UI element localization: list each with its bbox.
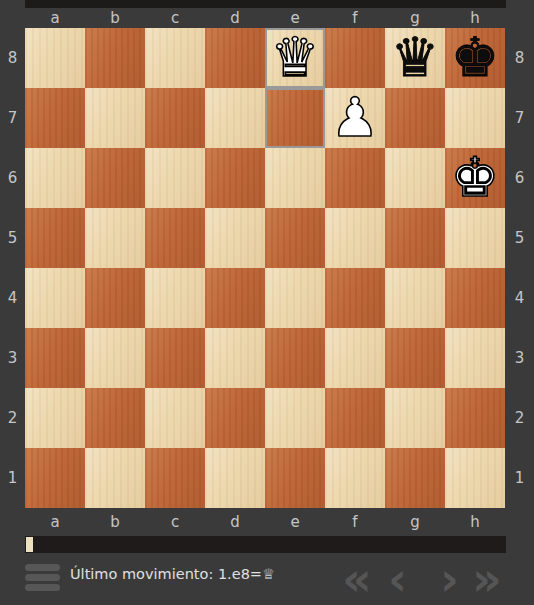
square-b4[interactable]: [85, 268, 145, 328]
piece-black-king: ♚: [445, 28, 505, 88]
file-label-f: f: [352, 9, 357, 27]
square-g8[interactable]: ♛: [385, 28, 445, 88]
square-c7[interactable]: [145, 88, 205, 148]
progress-handle[interactable]: [26, 537, 33, 552]
square-h6[interactable]: ♚: [445, 148, 505, 208]
file-label-d: d: [230, 513, 240, 531]
file-label-c: c: [171, 513, 179, 531]
rank-label-1: 1: [8, 469, 18, 487]
menu-bar: [25, 564, 60, 571]
file-labels-top: abcdefgh: [25, 8, 505, 28]
square-e2[interactable]: [265, 388, 325, 448]
square-f1[interactable]: [325, 448, 385, 508]
file-label-h: h: [470, 513, 480, 531]
file-label-a: a: [50, 513, 59, 531]
rank-label-5: 5: [515, 229, 525, 247]
square-b2[interactable]: [85, 388, 145, 448]
rank-label-4: 4: [515, 289, 525, 307]
file-label-e: e: [290, 9, 299, 27]
top-progress-strip: [25, 0, 506, 8]
square-d6[interactable]: [205, 148, 265, 208]
file-label-c: c: [171, 9, 179, 27]
rank-labels-left: 87654321: [0, 28, 25, 508]
rank-label-8: 8: [8, 49, 18, 67]
file-label-e: e: [290, 513, 299, 531]
square-f4[interactable]: [325, 268, 385, 328]
file-label-b: b: [110, 513, 120, 531]
chess-app: abcdefgh 87654321 ♛♛♚♟♚ 87654321 abcdefg…: [0, 0, 534, 605]
piece-black-queen: ♛: [385, 28, 445, 88]
square-b6[interactable]: [85, 148, 145, 208]
square-a6[interactable]: [25, 148, 85, 208]
rank-label-1: 1: [515, 469, 525, 487]
file-label-g: g: [410, 513, 420, 531]
rank-label-7: 7: [515, 109, 525, 127]
square-c3[interactable]: [145, 328, 205, 388]
rank-label-8: 8: [515, 49, 525, 67]
square-a2[interactable]: [25, 388, 85, 448]
square-d3[interactable]: [205, 328, 265, 388]
last-move-label: Último movimiento: 1.e8=♕: [70, 566, 275, 582]
menu-bar: [25, 584, 60, 591]
square-g3[interactable]: [385, 328, 445, 388]
square-b5[interactable]: [85, 208, 145, 268]
square-f5[interactable]: [325, 208, 385, 268]
square-c4[interactable]: [145, 268, 205, 328]
square-g2[interactable]: [385, 388, 445, 448]
square-a8[interactable]: [25, 28, 85, 88]
square-a3[interactable]: [25, 328, 85, 388]
menu-bar: [25, 574, 60, 581]
rank-labels-right: 87654321: [505, 28, 534, 508]
square-b3[interactable]: [85, 328, 145, 388]
nav-first-button[interactable]: «: [342, 556, 372, 605]
square-b8[interactable]: [85, 28, 145, 88]
move-progress-bar[interactable]: [25, 536, 506, 553]
rank-label-7: 7: [8, 109, 18, 127]
file-label-f: f: [352, 513, 357, 531]
piece-white-pawn: ♟: [325, 88, 385, 148]
square-a4[interactable]: [25, 268, 85, 328]
square-f3[interactable]: [325, 328, 385, 388]
rank-label-6: 6: [515, 169, 525, 187]
nav-next-button[interactable]: ›: [440, 556, 459, 605]
rank-label-2: 2: [515, 409, 525, 427]
square-c1[interactable]: [145, 448, 205, 508]
nav-last-button[interactable]: »: [472, 556, 502, 605]
square-h8[interactable]: ♚: [445, 28, 505, 88]
square-g1[interactable]: [385, 448, 445, 508]
square-c5[interactable]: [145, 208, 205, 268]
rank-label-2: 2: [8, 409, 18, 427]
square-g4[interactable]: [385, 268, 445, 328]
square-d5[interactable]: [205, 208, 265, 268]
rank-label-5: 5: [8, 229, 18, 247]
square-h7[interactable]: [445, 88, 505, 148]
square-e1[interactable]: [265, 448, 325, 508]
square-f8[interactable]: [325, 28, 385, 88]
square-e6[interactable]: [265, 148, 325, 208]
file-label-a: a: [50, 9, 59, 27]
square-h4[interactable]: [445, 268, 505, 328]
square-a7[interactable]: [25, 88, 85, 148]
square-f2[interactable]: [325, 388, 385, 448]
square-d2[interactable]: [205, 388, 265, 448]
square-d4[interactable]: [205, 268, 265, 328]
square-h5[interactable]: [445, 208, 505, 268]
square-e5[interactable]: [265, 208, 325, 268]
square-a1[interactable]: [25, 448, 85, 508]
square-c6[interactable]: [145, 148, 205, 208]
square-f7[interactable]: ♟: [325, 88, 385, 148]
file-label-b: b: [110, 9, 120, 27]
square-d8[interactable]: [205, 28, 265, 88]
square-h2[interactable]: [445, 388, 505, 448]
piece-white-queen: ♛: [265, 28, 325, 88]
square-d1[interactable]: [205, 448, 265, 508]
square-h1[interactable]: [445, 448, 505, 508]
square-e4[interactable]: [265, 268, 325, 328]
rank-label-3: 3: [515, 349, 525, 367]
nav-previous-button[interactable]: ‹: [388, 556, 407, 605]
piece-white-king: ♚: [445, 148, 505, 208]
square-b7[interactable]: [85, 88, 145, 148]
square-g6[interactable]: [385, 148, 445, 208]
chess-board[interactable]: ♛♛♚♟♚: [25, 28, 505, 508]
square-g7[interactable]: [385, 88, 445, 148]
square-e7[interactable]: [265, 88, 325, 148]
bottom-toolbar: Último movimiento: 1.e8=♕ « ‹ › »: [0, 556, 534, 605]
square-f6[interactable]: [325, 148, 385, 208]
square-b1[interactable]: [85, 448, 145, 508]
rank-label-4: 4: [8, 289, 18, 307]
square-e3[interactable]: [265, 328, 325, 388]
file-label-h: h: [470, 9, 480, 27]
square-d7[interactable]: [205, 88, 265, 148]
square-h3[interactable]: [445, 328, 505, 388]
square-a5[interactable]: [25, 208, 85, 268]
rank-label-3: 3: [8, 349, 18, 367]
file-label-g: g: [410, 9, 420, 27]
square-c2[interactable]: [145, 388, 205, 448]
menu-icon[interactable]: [25, 564, 60, 594]
square-g5[interactable]: [385, 208, 445, 268]
file-labels-bottom: abcdefgh: [25, 508, 505, 535]
square-e8[interactable]: ♛: [265, 28, 325, 88]
file-label-d: d: [230, 9, 240, 27]
square-c8[interactable]: [145, 28, 205, 88]
rank-label-6: 6: [8, 169, 18, 187]
